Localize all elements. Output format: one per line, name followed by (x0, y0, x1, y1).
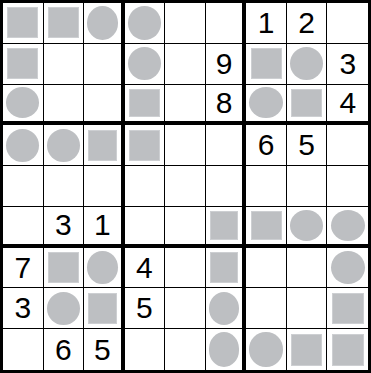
cell-r8c5[interactable] (165, 288, 206, 329)
puzzle-page: 1293846531743565 (0, 0, 371, 373)
cell-r5c8[interactable] (287, 166, 328, 207)
cell-r9c3[interactable]: 5 (84, 329, 125, 370)
cell-r1c6[interactable] (206, 3, 247, 44)
cell-r3c4[interactable] (125, 85, 166, 126)
given-digit: 2 (298, 8, 315, 38)
cell-r1c1[interactable] (3, 3, 44, 44)
cell-r1c9[interactable] (327, 3, 368, 44)
cell-r4c6[interactable] (206, 125, 247, 166)
cell-r9c5[interactable] (165, 329, 206, 370)
cell-r9c7[interactable] (246, 329, 287, 370)
cell-r6c6[interactable] (206, 207, 247, 248)
cell-r3c2[interactable] (44, 85, 85, 126)
cell-r8c4[interactable]: 5 (125, 288, 166, 329)
cell-r5c7[interactable] (246, 166, 287, 207)
given-digit: 6 (258, 130, 275, 160)
given-digit: 6 (55, 335, 72, 365)
cell-r4c9[interactable] (327, 125, 368, 166)
odd-circle-mark (6, 129, 39, 162)
even-square-mark (129, 130, 160, 161)
odd-circle-mark (209, 292, 240, 325)
cell-r3c3[interactable] (84, 85, 125, 126)
cell-r6c5[interactable] (165, 207, 206, 248)
even-square-mark (88, 130, 117, 161)
cell-r1c3[interactable] (84, 3, 125, 44)
odd-circle-mark (331, 251, 365, 284)
cell-r1c4[interactable] (125, 3, 166, 44)
odd-circle-mark (290, 47, 323, 80)
cell-r9c2[interactable]: 6 (44, 329, 85, 370)
cell-r2c5[interactable] (165, 44, 206, 85)
cell-r2c8[interactable] (287, 44, 328, 85)
odd-circle-mark (87, 251, 118, 284)
even-square-mark (129, 89, 160, 118)
cell-r4c1[interactable] (3, 125, 44, 166)
even-square-mark (291, 89, 322, 118)
given-digit: 1 (94, 210, 111, 240)
cell-r9c4[interactable] (125, 329, 166, 370)
odd-circle-mark (209, 332, 240, 366)
cell-r8c8[interactable] (287, 288, 328, 329)
even-square-mark (251, 48, 282, 79)
even-square-mark (7, 7, 38, 38)
cell-r9c8[interactable] (287, 329, 328, 370)
given-digit: 3 (55, 210, 72, 240)
cell-r9c1[interactable] (3, 329, 44, 370)
cell-r7c9[interactable] (327, 248, 368, 289)
cell-r3c8[interactable] (287, 85, 328, 126)
cell-r8c1[interactable]: 3 (3, 288, 44, 329)
cell-r5c3[interactable] (84, 166, 125, 207)
odd-circle-mark (331, 210, 365, 241)
cell-r6c3[interactable]: 1 (84, 207, 125, 248)
cell-r3c7[interactable] (246, 85, 287, 126)
cell-r7c3[interactable] (84, 248, 125, 289)
cell-r7c6[interactable] (206, 248, 247, 289)
odd-circle-mark (128, 47, 161, 80)
cell-r6c7[interactable] (246, 207, 287, 248)
cell-r8c9[interactable] (327, 288, 368, 329)
cell-r3c1[interactable] (3, 85, 44, 126)
even-square-mark (251, 211, 282, 240)
cell-r5c5[interactable] (165, 166, 206, 207)
odd-circle-mark (47, 129, 80, 162)
cell-r7c2[interactable] (44, 248, 85, 289)
cell-r2c3[interactable] (84, 44, 125, 85)
cell-r9c9[interactable] (327, 329, 368, 370)
cell-r1c5[interactable] (165, 3, 206, 44)
cell-r2c9[interactable]: 3 (327, 44, 368, 85)
cell-r5c1[interactable] (3, 166, 44, 207)
cell-r1c8[interactable]: 2 (287, 3, 328, 44)
given-digit: 5 (298, 130, 315, 160)
given-digit: 5 (94, 335, 111, 365)
cell-r6c8[interactable] (287, 207, 328, 248)
cell-r6c9[interactable] (327, 207, 368, 248)
odd-circle-mark (6, 87, 39, 118)
cell-r7c1[interactable]: 7 (3, 248, 44, 289)
even-square-mark (88, 293, 117, 324)
cell-r2c7[interactable] (246, 44, 287, 85)
given-digit: 4 (136, 253, 153, 283)
cell-r8c2[interactable] (44, 288, 85, 329)
cell-r2c1[interactable] (3, 44, 44, 85)
given-digit: 3 (339, 49, 356, 79)
cell-r4c2[interactable] (44, 125, 85, 166)
even-square-mark (332, 293, 364, 324)
even-square-mark (48, 7, 79, 38)
even-square-mark (210, 252, 239, 283)
cell-r4c8[interactable]: 5 (287, 125, 328, 166)
cell-r1c7[interactable]: 1 (246, 3, 287, 44)
cell-r3c9[interactable]: 4 (327, 85, 368, 126)
cell-r5c4[interactable] (125, 166, 166, 207)
odd-circle-mark (128, 6, 161, 39)
cell-r3c5[interactable] (165, 85, 206, 126)
cell-r5c9[interactable] (327, 166, 368, 207)
cell-r5c2[interactable] (44, 166, 85, 207)
odd-circle-mark (47, 292, 80, 325)
cell-r7c7[interactable] (246, 248, 287, 289)
given-digit: 3 (14, 293, 31, 323)
cell-r6c4[interactable] (125, 207, 166, 248)
cell-r2c6[interactable]: 9 (206, 44, 247, 85)
cell-r9c6[interactable] (206, 329, 247, 370)
cell-r1c2[interactable] (44, 3, 85, 44)
cell-r8c7[interactable] (246, 288, 287, 329)
cell-r4c4[interactable] (125, 125, 166, 166)
cell-r8c6[interactable] (206, 288, 247, 329)
cell-r3c6[interactable]: 8 (206, 85, 247, 126)
cell-r4c7[interactable]: 6 (246, 125, 287, 166)
cell-r6c1[interactable] (3, 207, 44, 248)
cell-r7c8[interactable] (287, 248, 328, 289)
even-square-mark (291, 334, 322, 366)
cell-r6c2[interactable]: 3 (44, 207, 85, 248)
even-square-mark (7, 48, 38, 79)
even-square-mark (48, 252, 79, 283)
sudoku-board: 1293846531743565 (0, 0, 371, 373)
even-square-mark (332, 334, 364, 366)
given-digit: 9 (216, 49, 233, 79)
cell-r2c2[interactable] (44, 44, 85, 85)
cell-r4c5[interactable] (165, 125, 206, 166)
odd-circle-mark (249, 332, 282, 366)
cell-r2c4[interactable] (125, 44, 166, 85)
cell-r7c4[interactable]: 4 (125, 248, 166, 289)
cell-r8c3[interactable] (84, 288, 125, 329)
given-digit: 1 (258, 8, 275, 38)
cell-r5c6[interactable] (206, 166, 247, 207)
cell-r4c3[interactable] (84, 125, 125, 166)
cell-r7c5[interactable] (165, 248, 206, 289)
odd-circle-mark (290, 210, 323, 241)
given-digit: 7 (14, 253, 31, 283)
given-digit: 4 (339, 88, 356, 118)
given-digit: 5 (136, 293, 153, 323)
even-square-mark (210, 211, 239, 240)
odd-circle-mark (249, 87, 282, 118)
given-digit: 8 (216, 88, 233, 118)
odd-circle-mark (87, 6, 118, 39)
